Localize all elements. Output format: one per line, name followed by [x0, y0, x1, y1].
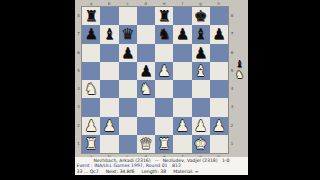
- square-g5[interactable]: ♝: [192, 62, 210, 80]
- piece-black-pawn[interactable]: ♟: [84, 25, 97, 43]
- piece-white-pawn[interactable]: ♟: [212, 117, 225, 135]
- square-h8[interactable]: [210, 7, 228, 25]
- piece-white-pawn[interactable]: ♟: [194, 117, 207, 135]
- next-move-text: Next: 34.Bf6: [106, 169, 135, 175]
- piece-white-knight[interactable]: ♞: [139, 80, 152, 98]
- piece-white-rook[interactable]: ♜: [84, 135, 97, 153]
- square-f3[interactable]: [173, 98, 191, 116]
- piece-black-pawn[interactable]: ♟: [121, 44, 134, 62]
- rank-labels-left: 87654321: [76, 7, 82, 153]
- square-g8[interactable]: ♚: [192, 7, 210, 25]
- square-d8[interactable]: [137, 7, 155, 25]
- material-text: Material: =: [173, 169, 199, 175]
- square-b6[interactable]: [100, 44, 118, 62]
- square-e5[interactable]: ♟: [155, 62, 173, 80]
- square-e6[interactable]: [155, 44, 173, 62]
- board-panel: abcdefgh abcdefgh 87654321 87654321 ♜♜♚♟…: [75, 0, 248, 175]
- piece-black-knight[interactable]: ♞: [157, 25, 170, 43]
- square-d6[interactable]: [137, 44, 155, 62]
- piece-white-pawn[interactable]: ♟: [84, 117, 97, 135]
- coord-label: 7: [229, 25, 235, 43]
- letterbox-left: [0, 0, 75, 180]
- square-g1[interactable]: ♚: [192, 135, 210, 153]
- material-white-knight-icon: ♞: [235, 69, 244, 80]
- square-f6[interactable]: [173, 44, 191, 62]
- square-f1[interactable]: [173, 135, 191, 153]
- square-c4[interactable]: [119, 80, 137, 98]
- square-e4[interactable]: [155, 80, 173, 98]
- square-e1[interactable]: ♜: [155, 135, 173, 153]
- square-h4[interactable]: [210, 80, 228, 98]
- piece-black-bishop[interactable]: ♝: [194, 25, 207, 43]
- coord-label: 6: [76, 44, 82, 62]
- square-a5[interactable]: [82, 62, 100, 80]
- square-b3[interactable]: [100, 98, 118, 116]
- square-a6[interactable]: [82, 44, 100, 62]
- info-bar: Nezhbach, Arkadi (2316) -- Nezludev, Vad…: [75, 157, 248, 175]
- material-tray: ♝ ♞: [232, 58, 247, 80]
- square-b1[interactable]: [100, 135, 118, 153]
- length-text: Length: 38: [141, 169, 166, 175]
- square-b8[interactable]: [100, 7, 118, 25]
- piece-white-pawn[interactable]: ♟: [103, 117, 116, 135]
- piece-black-pawn[interactable]: ♟: [176, 25, 189, 43]
- piece-black-queen[interactable]: ♛: [121, 25, 134, 43]
- square-a1[interactable]: ♜: [82, 135, 100, 153]
- square-c5[interactable]: [119, 62, 137, 80]
- square-g7[interactable]: ♝: [192, 25, 210, 43]
- coord-label: h: [210, 1, 228, 7]
- square-b5[interactable]: [100, 62, 118, 80]
- square-d1[interactable]: ♛: [137, 135, 155, 153]
- coord-label: 4: [229, 80, 235, 98]
- square-e2[interactable]: [155, 117, 173, 135]
- piece-white-bishop[interactable]: ♝: [194, 62, 207, 80]
- piece-white-pawn[interactable]: ♟: [157, 62, 170, 80]
- square-g4[interactable]: [192, 80, 210, 98]
- coord-label: 8: [229, 7, 235, 25]
- coord-label: 1: [76, 135, 82, 153]
- square-d4[interactable]: ♞: [137, 80, 155, 98]
- square-b2[interactable]: ♟: [100, 117, 118, 135]
- square-h6[interactable]: [210, 44, 228, 62]
- square-h5[interactable]: [210, 62, 228, 80]
- rank-labels-right: 87654321: [229, 7, 235, 153]
- square-f7[interactable]: ♟: [173, 25, 191, 43]
- square-a8[interactable]: ♜: [82, 7, 100, 25]
- coord-label: g: [192, 1, 210, 7]
- square-d5[interactable]: ♟: [137, 62, 155, 80]
- square-a7[interactable]: ♟: [82, 25, 100, 43]
- material-black-bishop-icon: ♝: [235, 58, 244, 69]
- square-c3[interactable]: [119, 98, 137, 116]
- square-f8[interactable]: [173, 7, 191, 25]
- coord-label: d: [137, 1, 155, 7]
- square-g6[interactable]: ♟: [192, 44, 210, 62]
- coord-label: 1: [229, 135, 235, 153]
- piece-white-queen[interactable]: ♛: [139, 135, 152, 153]
- piece-white-pawn[interactable]: ♟: [176, 117, 189, 135]
- piece-black-pawn[interactable]: ♟: [194, 44, 207, 62]
- square-f2[interactable]: ♟: [173, 117, 191, 135]
- piece-white-rook[interactable]: ♜: [157, 135, 170, 153]
- square-b4[interactable]: [100, 80, 118, 98]
- coord-label: e: [155, 1, 173, 7]
- coord-label: 2: [229, 117, 235, 135]
- square-g3[interactable]: [192, 98, 210, 116]
- coord-label: f: [173, 1, 191, 7]
- coord-label: 4: [76, 80, 82, 98]
- piece-black-rook[interactable]: ♜: [84, 7, 97, 25]
- piece-black-bishop[interactable]: ♝: [103, 25, 116, 43]
- letterbox-right: [248, 0, 320, 180]
- square-c8[interactable]: [119, 7, 137, 25]
- square-d2[interactable]: [137, 117, 155, 135]
- coord-label: a: [82, 1, 100, 7]
- square-c7[interactable]: ♛: [119, 25, 137, 43]
- square-e8[interactable]: ♜: [155, 7, 173, 25]
- square-e3[interactable]: [155, 98, 173, 116]
- square-a2[interactable]: ♟: [82, 117, 100, 135]
- coord-label: 2: [76, 117, 82, 135]
- square-a4[interactable]: ♞: [82, 80, 100, 98]
- square-a3[interactable]: [82, 98, 100, 116]
- square-d3[interactable]: [137, 98, 155, 116]
- video-frame: abcdefgh abcdefgh 87654321 87654321 ♜♜♚♟…: [0, 0, 320, 180]
- piece-white-king[interactable]: ♚: [194, 135, 207, 153]
- coord-label: 3: [76, 98, 82, 116]
- square-c2[interactable]: [119, 117, 137, 135]
- piece-black-pawn[interactable]: ♟: [139, 62, 152, 80]
- coord-label: 5: [76, 62, 82, 80]
- file-labels-top: abcdefgh: [82, 1, 228, 7]
- chess-board: ♜♜♚♟♝♛♞♟♝♟♟♟♟♟♝♞♞♟♟♟♟♟♜♛♜♚: [82, 7, 228, 153]
- coord-label: b: [100, 1, 118, 7]
- piece-black-king[interactable]: ♚: [194, 7, 207, 25]
- square-h2[interactable]: ♟: [210, 117, 228, 135]
- square-h1[interactable]: [210, 135, 228, 153]
- coord-label: c: [119, 1, 137, 7]
- square-h3[interactable]: [210, 98, 228, 116]
- last-move-text: 33 ... Qc7: [77, 169, 99, 175]
- square-c1[interactable]: [119, 135, 137, 153]
- square-e7[interactable]: ♞: [155, 25, 173, 43]
- coord-label: 8: [76, 7, 82, 25]
- piece-black-rook[interactable]: ♜: [157, 7, 170, 25]
- coord-label: 3: [229, 98, 235, 116]
- piece-white-knight[interactable]: ♞: [84, 80, 97, 98]
- square-g2[interactable]: ♟: [192, 117, 210, 135]
- square-c6[interactable]: ♟: [119, 44, 137, 62]
- square-d7[interactable]: [137, 25, 155, 43]
- square-h7[interactable]: ♟: [210, 25, 228, 43]
- square-f5[interactable]: [173, 62, 191, 80]
- piece-black-pawn[interactable]: ♟: [212, 25, 225, 43]
- coord-label: 7: [76, 25, 82, 43]
- move-info-line: 33 ... Qc7 Next: 34.Bf6 Length: 38 Mater…: [75, 169, 248, 175]
- square-b7[interactable]: ♝: [100, 25, 118, 43]
- square-f4[interactable]: [173, 80, 191, 98]
